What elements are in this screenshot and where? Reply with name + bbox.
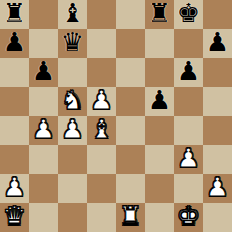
square-f4[interactable] (145, 116, 174, 145)
square-a5[interactable] (0, 87, 29, 116)
square-b8[interactable] (29, 0, 58, 29)
black-queen-icon[interactable]: ♛ (61, 29, 84, 57)
square-g7[interactable] (174, 29, 203, 58)
chess-board: ♜♝♜♚♟♛♟♟♟♞♟♟♟♟♝♟♟♟♛♜♚ (0, 0, 232, 232)
square-c2[interactable] (58, 174, 87, 203)
square-b3[interactable] (29, 145, 58, 174)
black-pawn-icon[interactable]: ♟ (32, 58, 55, 86)
square-d5[interactable]: ♟ (87, 87, 116, 116)
white-knight-icon[interactable]: ♞ (61, 87, 84, 115)
square-b6[interactable]: ♟ (29, 58, 58, 87)
square-h6[interactable] (203, 58, 232, 87)
square-e6[interactable] (116, 58, 145, 87)
square-c6[interactable] (58, 58, 87, 87)
white-king-icon[interactable]: ♚ (177, 203, 200, 231)
square-g3[interactable]: ♟ (174, 145, 203, 174)
square-g5[interactable] (174, 87, 203, 116)
black-pawn-icon[interactable]: ♟ (177, 58, 200, 86)
square-e5[interactable] (116, 87, 145, 116)
square-f3[interactable] (145, 145, 174, 174)
white-pawn-icon[interactable]: ♟ (177, 145, 200, 173)
white-pawn-icon[interactable]: ♟ (206, 174, 229, 202)
square-b7[interactable] (29, 29, 58, 58)
square-c7[interactable]: ♛ (58, 29, 87, 58)
square-c4[interactable]: ♟ (58, 116, 87, 145)
white-pawn-icon[interactable]: ♟ (61, 116, 84, 144)
black-pawn-icon[interactable]: ♟ (148, 87, 171, 115)
square-b4[interactable]: ♟ (29, 116, 58, 145)
square-e8[interactable] (116, 0, 145, 29)
square-b2[interactable] (29, 174, 58, 203)
square-g6[interactable]: ♟ (174, 58, 203, 87)
square-a3[interactable] (0, 145, 29, 174)
square-f2[interactable] (145, 174, 174, 203)
square-g8[interactable]: ♚ (174, 0, 203, 29)
square-d3[interactable] (87, 145, 116, 174)
square-f7[interactable] (145, 29, 174, 58)
white-pawn-icon[interactable]: ♟ (90, 87, 113, 115)
black-bishop-icon[interactable]: ♝ (61, 0, 84, 28)
white-pawn-icon[interactable]: ♟ (32, 116, 55, 144)
square-d6[interactable] (87, 58, 116, 87)
square-h8[interactable] (203, 0, 232, 29)
black-pawn-icon[interactable]: ♟ (3, 29, 26, 57)
square-f8[interactable]: ♜ (145, 0, 174, 29)
square-b5[interactable] (29, 87, 58, 116)
square-d2[interactable] (87, 174, 116, 203)
square-d4[interactable]: ♝ (87, 116, 116, 145)
square-c3[interactable] (58, 145, 87, 174)
square-h2[interactable]: ♟ (203, 174, 232, 203)
black-pawn-icon[interactable]: ♟ (206, 29, 229, 57)
square-e3[interactable] (116, 145, 145, 174)
square-d7[interactable] (87, 29, 116, 58)
square-f1[interactable] (145, 203, 174, 232)
square-g4[interactable] (174, 116, 203, 145)
square-h7[interactable]: ♟ (203, 29, 232, 58)
square-g1[interactable]: ♚ (174, 203, 203, 232)
square-g2[interactable] (174, 174, 203, 203)
square-h5[interactable] (203, 87, 232, 116)
square-d1[interactable] (87, 203, 116, 232)
square-f6[interactable] (145, 58, 174, 87)
white-pawn-icon[interactable]: ♟ (3, 174, 26, 202)
white-bishop-icon[interactable]: ♝ (90, 116, 113, 144)
square-e1[interactable]: ♜ (116, 203, 145, 232)
square-d8[interactable] (87, 0, 116, 29)
square-f5[interactable]: ♟ (145, 87, 174, 116)
square-h4[interactable] (203, 116, 232, 145)
square-e4[interactable] (116, 116, 145, 145)
black-rook-icon[interactable]: ♜ (148, 0, 171, 28)
square-h3[interactable] (203, 145, 232, 174)
white-queen-icon[interactable]: ♛ (3, 203, 26, 231)
square-a4[interactable] (0, 116, 29, 145)
square-a1[interactable]: ♛ (0, 203, 29, 232)
square-e7[interactable] (116, 29, 145, 58)
square-b1[interactable] (29, 203, 58, 232)
white-rook-icon[interactable]: ♜ (119, 203, 142, 231)
square-a8[interactable]: ♜ (0, 0, 29, 29)
square-c5[interactable]: ♞ (58, 87, 87, 116)
square-h1[interactable] (203, 203, 232, 232)
square-c1[interactable] (58, 203, 87, 232)
square-a2[interactable]: ♟ (0, 174, 29, 203)
black-rook-icon[interactable]: ♜ (3, 0, 26, 28)
black-king-icon[interactable]: ♚ (177, 0, 200, 28)
square-a6[interactable] (0, 58, 29, 87)
square-c8[interactable]: ♝ (58, 0, 87, 29)
square-a7[interactable]: ♟ (0, 29, 29, 58)
square-e2[interactable] (116, 174, 145, 203)
